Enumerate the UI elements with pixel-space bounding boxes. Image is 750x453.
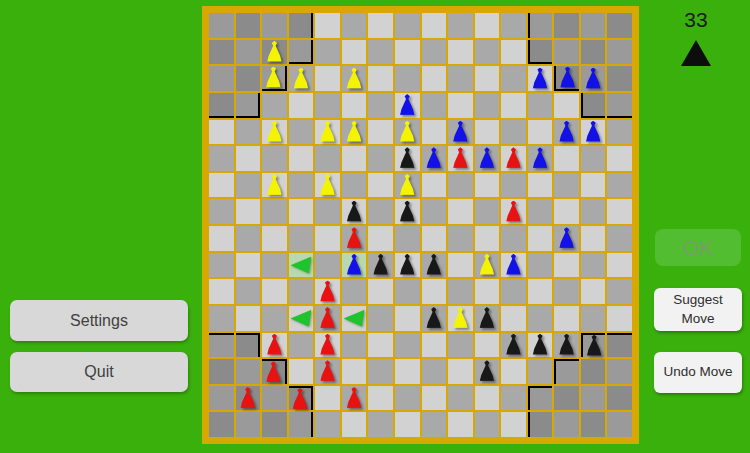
board-cell[interactable] [289,93,314,118]
board-cell[interactable] [342,359,367,384]
pawn-yellow[interactable] [318,174,338,195]
board-cell[interactable] [209,412,234,437]
board-cell[interactable] [448,306,473,331]
board-cell[interactable] [607,13,632,38]
board-cell[interactable] [262,386,287,411]
board-cell[interactable] [581,359,606,384]
board-cell[interactable] [528,306,553,331]
board-cell[interactable] [368,93,393,118]
board-cell[interactable] [289,66,314,91]
pawn-yellow[interactable] [264,174,284,195]
board-cell[interactable] [528,66,553,91]
board-cell[interactable] [448,120,473,145]
board-cell[interactable] [368,13,393,38]
board-cell[interactable] [236,146,261,171]
board-cell[interactable] [342,93,367,118]
board-cell[interactable] [395,412,420,437]
board-cell[interactable] [368,359,393,384]
board-cell[interactable] [581,40,606,65]
board-cell[interactable] [289,40,314,65]
board-cell[interactable] [422,386,447,411]
board-cell[interactable] [395,120,420,145]
board-cell[interactable] [448,13,473,38]
board-cell[interactable] [262,146,287,171]
board-cell[interactable] [607,226,632,251]
pawn-blue[interactable] [424,147,444,168]
board-cell[interactable] [607,93,632,118]
board-cell[interactable] [395,306,420,331]
board-cell[interactable] [315,226,340,251]
board-cell[interactable] [422,412,447,437]
board-cell[interactable] [262,253,287,278]
pawn-blue[interactable] [530,147,550,168]
board-cell[interactable] [607,333,632,358]
board-cell[interactable] [342,120,367,145]
board-cell[interactable] [262,199,287,224]
board-cell[interactable] [581,199,606,224]
pawn-blue[interactable] [344,254,364,275]
board-cell[interactable] [315,333,340,358]
board-cell[interactable] [236,13,261,38]
pawn-red[interactable] [344,227,364,248]
board-cell[interactable] [448,359,473,384]
board-cell[interactable] [554,120,579,145]
board-cell[interactable] [209,359,234,384]
pawn-yellow[interactable] [397,174,417,195]
board-cell[interactable] [368,173,393,198]
board-cell[interactable] [554,412,579,437]
board-cell[interactable] [342,306,367,331]
pawn-black[interactable] [397,254,417,275]
pawn-black[interactable] [477,360,497,381]
board-cell[interactable] [554,40,579,65]
board-cell[interactable] [528,412,553,437]
board-cell[interactable] [422,146,447,171]
board-cell[interactable] [368,120,393,145]
board-cell[interactable] [209,66,234,91]
board-cell[interactable] [342,13,367,38]
pawn-red[interactable] [450,147,470,168]
board-cell[interactable] [554,279,579,304]
board-cell[interactable] [501,199,526,224]
board-cell[interactable] [475,173,500,198]
pawn-yellow[interactable] [344,121,364,142]
board-cell[interactable] [475,13,500,38]
pawn-blue[interactable] [583,67,603,88]
board-cell[interactable] [342,199,367,224]
board-cell[interactable] [236,412,261,437]
board-cell[interactable] [607,359,632,384]
board-cell[interactable] [422,173,447,198]
board-cell[interactable] [607,146,632,171]
board-cell[interactable] [422,226,447,251]
pawn-black[interactable] [503,334,523,355]
board-cell[interactable] [501,333,526,358]
board-cell[interactable] [607,306,632,331]
board-cell[interactable] [236,66,261,91]
board-cell[interactable] [422,333,447,358]
board-cell[interactable] [315,13,340,38]
board-cell[interactable] [395,386,420,411]
board-cell[interactable] [368,386,393,411]
board-cell[interactable] [315,412,340,437]
board-cell[interactable] [422,199,447,224]
board-cell[interactable] [262,120,287,145]
board-cell[interactable] [554,199,579,224]
board-cell[interactable] [528,359,553,384]
board-cell[interactable] [262,279,287,304]
board-cell[interactable] [289,226,314,251]
board-cell[interactable] [475,412,500,437]
board-cell[interactable] [209,333,234,358]
board-cell[interactable] [209,13,234,38]
board-cell[interactable] [528,146,553,171]
pawn-black[interactable] [371,254,391,275]
board-cell[interactable] [448,93,473,118]
board-cell[interactable] [448,66,473,91]
board-cell[interactable] [501,386,526,411]
pawn-blue[interactable] [557,227,577,248]
board-cell[interactable] [315,146,340,171]
pawn-black[interactable] [530,334,550,355]
board-cell[interactable] [342,253,367,278]
board-cell[interactable] [289,359,314,384]
board-cell[interactable] [422,306,447,331]
board-cell[interactable] [262,40,287,65]
board-cell[interactable] [448,199,473,224]
board-cell[interactable] [501,13,526,38]
quit-button[interactable]: Quit [10,352,188,392]
board-cell[interactable] [395,40,420,65]
pawn-red[interactable] [318,334,338,355]
board-cell[interactable] [368,333,393,358]
board-cell[interactable] [528,386,553,411]
board-cell[interactable] [607,279,632,304]
board-cell[interactable] [528,120,553,145]
board-cell[interactable] [501,173,526,198]
board-cell[interactable] [236,173,261,198]
board-cell[interactable] [315,199,340,224]
board-cell[interactable] [236,333,261,358]
board-cell[interactable] [448,333,473,358]
pawn-yellow[interactable] [450,307,470,328]
board-cell[interactable] [581,333,606,358]
board-cell[interactable] [607,412,632,437]
board-cell[interactable] [209,386,234,411]
board-cell[interactable] [475,93,500,118]
board-cell[interactable] [262,93,287,118]
board-cell[interactable] [395,253,420,278]
board-cell[interactable] [209,253,234,278]
board-cell[interactable] [315,253,340,278]
pawn-black[interactable] [424,254,444,275]
board-cell[interactable] [395,333,420,358]
board-cell[interactable] [342,146,367,171]
pawn-black[interactable] [344,201,364,222]
board-cell[interactable] [342,66,367,91]
pawn-yellow[interactable] [264,41,284,62]
pawn-red[interactable] [290,388,310,409]
pawn-black[interactable] [477,307,497,328]
board-cell[interactable] [554,173,579,198]
board-cell[interactable] [209,40,234,65]
pawn-red[interactable] [263,361,283,382]
board-cell[interactable] [342,279,367,304]
board-cell[interactable] [342,412,367,437]
board-cell[interactable] [209,306,234,331]
board-cell[interactable] [581,386,606,411]
pawn-blue[interactable] [530,67,550,88]
board-cell[interactable] [368,199,393,224]
board-cell[interactable] [342,173,367,198]
board-cell[interactable] [607,199,632,224]
board-cell[interactable] [501,253,526,278]
board-cell[interactable] [501,306,526,331]
board-cell[interactable] [581,306,606,331]
pawn-yellow[interactable] [318,121,338,142]
board-cell[interactable] [475,306,500,331]
board-cell[interactable] [209,226,234,251]
pawn-yellow[interactable] [264,121,284,142]
pawn-yellow[interactable] [291,67,311,88]
pawn-black[interactable] [584,335,604,356]
board-cell[interactable] [422,13,447,38]
board-cell[interactable] [554,13,579,38]
board-cell[interactable] [315,279,340,304]
board-cell[interactable] [236,120,261,145]
board-cell[interactable] [395,173,420,198]
board-cell[interactable] [315,40,340,65]
board-cell[interactable] [289,306,314,331]
board-cell[interactable] [501,412,526,437]
pawn-blue[interactable] [397,94,417,115]
settings-button[interactable]: Settings [10,300,188,341]
pawn-black[interactable] [557,334,577,355]
pawn-blue[interactable] [583,121,603,142]
board-cell[interactable] [501,359,526,384]
pawn-yellow[interactable] [397,121,417,142]
board-cell[interactable] [289,386,314,411]
board-cell[interactable] [236,279,261,304]
board-cell[interactable] [475,386,500,411]
suggest-move-button[interactable]: Suggest Move [654,288,742,331]
board-cell[interactable] [501,40,526,65]
pawn-black[interactable] [424,307,444,328]
board-cell[interactable] [236,226,261,251]
board-cell[interactable] [262,173,287,198]
board-cell[interactable] [315,93,340,118]
board-cell[interactable] [289,120,314,145]
board-cell[interactable] [475,120,500,145]
board-cell[interactable] [395,279,420,304]
board-cell[interactable] [262,333,287,358]
board-cell[interactable] [554,66,579,91]
board-cell[interactable] [395,359,420,384]
board-cell[interactable] [448,146,473,171]
board-cell[interactable] [395,13,420,38]
board-cell[interactable] [581,279,606,304]
board-cell[interactable] [289,173,314,198]
board-cell[interactable] [607,386,632,411]
board-cell[interactable] [315,359,340,384]
board-cell[interactable] [422,40,447,65]
board-cell[interactable] [236,253,261,278]
board-cell[interactable] [501,93,526,118]
board-cell[interactable] [236,306,261,331]
pawn-red[interactable] [264,334,284,355]
board-cell[interactable] [315,66,340,91]
pawn-red[interactable] [318,280,338,301]
board-cell[interactable] [528,93,553,118]
board-cell[interactable] [236,386,261,411]
board-cell[interactable] [475,359,500,384]
pawn-yellow[interactable] [477,254,497,275]
pawn-red[interactable] [344,387,364,408]
board-cell[interactable] [342,333,367,358]
board-cell[interactable] [422,120,447,145]
board-cell[interactable] [236,359,261,384]
board-cell[interactable] [368,226,393,251]
board-cell[interactable] [395,146,420,171]
board-cell[interactable] [209,146,234,171]
board-cell[interactable] [581,66,606,91]
board-cell[interactable] [289,199,314,224]
board-cell[interactable] [368,412,393,437]
board-cell[interactable] [262,359,287,384]
board-cell[interactable] [448,412,473,437]
board-cell[interactable] [368,40,393,65]
board-cell[interactable] [528,253,553,278]
pawn-blue[interactable] [450,121,470,142]
board-cell[interactable] [581,13,606,38]
board-cell[interactable] [448,226,473,251]
pawn-blue[interactable] [477,147,497,168]
board-cell[interactable] [554,226,579,251]
board-cell[interactable] [475,279,500,304]
board-cell[interactable] [607,253,632,278]
board-cell[interactable] [554,253,579,278]
board-cell[interactable] [607,40,632,65]
board-cell[interactable] [262,66,287,91]
board-cell[interactable] [315,173,340,198]
board-cell[interactable] [342,40,367,65]
board-cell[interactable] [289,333,314,358]
board-cell[interactable] [554,359,579,384]
board-cell[interactable] [581,173,606,198]
undo-move-button[interactable]: Undo Move [654,352,742,393]
board-cell[interactable] [422,279,447,304]
board-cell[interactable] [236,93,261,118]
board-cell[interactable] [422,359,447,384]
board-cell[interactable] [395,199,420,224]
board-cell[interactable] [289,412,314,437]
board-cell[interactable] [448,279,473,304]
board-cell[interactable] [554,386,579,411]
board-cell[interactable] [528,13,553,38]
board-cell[interactable] [581,412,606,437]
board-cell[interactable] [236,199,261,224]
board-cell[interactable] [262,412,287,437]
board-cell[interactable] [395,93,420,118]
board-cell[interactable] [607,173,632,198]
board-cell[interactable] [289,253,314,278]
pawn-yellow[interactable] [263,66,283,87]
board-cell[interactable] [554,93,579,118]
board-cell[interactable] [395,66,420,91]
board-cell[interactable] [262,226,287,251]
board-cell[interactable] [581,146,606,171]
board-cell[interactable] [475,146,500,171]
board-cell[interactable] [448,173,473,198]
board-cell[interactable] [607,120,632,145]
board-cell[interactable] [368,66,393,91]
board-cell[interactable] [209,199,234,224]
pawn-red[interactable] [318,307,338,328]
board-cell[interactable] [209,173,234,198]
pawn-yellow[interactable] [344,67,364,88]
board-cell[interactable] [501,146,526,171]
board-cell[interactable] [422,66,447,91]
ok-button[interactable]: OK [655,229,741,266]
board-cell[interactable] [528,279,553,304]
pawn-blue[interactable] [558,66,578,87]
pawn-blue[interactable] [503,254,523,275]
board-cell[interactable] [528,333,553,358]
board-cell[interactable] [475,253,500,278]
board-cell[interactable] [368,306,393,331]
board-cell[interactable] [475,226,500,251]
board-cell[interactable] [289,13,314,38]
board-cell[interactable] [528,199,553,224]
board-cell[interactable] [581,253,606,278]
board-cell[interactable] [501,279,526,304]
board-cell[interactable] [554,306,579,331]
board-cell[interactable] [262,306,287,331]
board-cell[interactable] [448,253,473,278]
board-cell[interactable] [554,146,579,171]
board-cell[interactable] [581,93,606,118]
board-cell[interactable] [289,146,314,171]
board-cell[interactable] [475,66,500,91]
board-cell[interactable] [501,120,526,145]
board-cell[interactable] [448,40,473,65]
board-cell[interactable] [422,253,447,278]
board-cell[interactable] [395,226,420,251]
board-cell[interactable] [554,333,579,358]
board-cell[interactable] [315,386,340,411]
pawn-black[interactable] [397,201,417,222]
board-cell[interactable] [342,226,367,251]
board-cell[interactable] [209,93,234,118]
board-cell[interactable] [289,279,314,304]
board-cell[interactable] [475,40,500,65]
pawn-blue[interactable] [557,121,577,142]
pawn-red[interactable] [318,360,338,381]
board-cell[interactable] [368,146,393,171]
board-cell[interactable] [528,226,553,251]
board-cell[interactable] [342,386,367,411]
board-cell[interactable] [607,66,632,91]
board-cell[interactable] [528,173,553,198]
pawn-red[interactable] [238,387,258,408]
board-cell[interactable] [368,253,393,278]
board-cell[interactable] [422,93,447,118]
board-cell[interactable] [262,13,287,38]
pawn-red[interactable] [503,147,523,168]
board-cell[interactable] [475,199,500,224]
board-cell[interactable] [209,279,234,304]
board-cell[interactable] [581,226,606,251]
